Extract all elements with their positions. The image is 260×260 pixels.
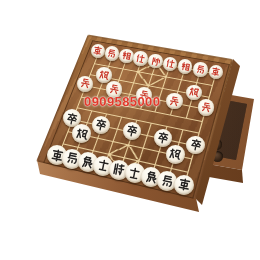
piece-red-general[interactable] — [148, 54, 163, 69]
piece-red-advisor[interactable] — [133, 51, 148, 66]
piece-black-soldier[interactable] — [186, 136, 204, 154]
piece-red-elephant[interactable] — [119, 49, 134, 64]
product-photo-scene: 0909585000 — [0, 0, 260, 260]
piece-red-horse[interactable] — [105, 46, 120, 61]
piece-red-horse[interactable] — [193, 62, 208, 77]
piece-black-cannon[interactable] — [166, 145, 185, 164]
piece-black-cannon[interactable] — [72, 124, 91, 143]
piece-black-soldier[interactable] — [154, 129, 172, 147]
piece-red-cannon[interactable] — [96, 67, 112, 83]
watermark-text: 0909585000 — [84, 94, 184, 109]
piece-black-soldier[interactable] — [92, 116, 110, 134]
piece-red-soldier[interactable] — [198, 99, 214, 115]
piece-red-cannon[interactable] — [186, 85, 202, 101]
piece-black-soldier[interactable] — [123, 122, 141, 140]
piece-black-chariot[interactable] — [174, 175, 194, 195]
